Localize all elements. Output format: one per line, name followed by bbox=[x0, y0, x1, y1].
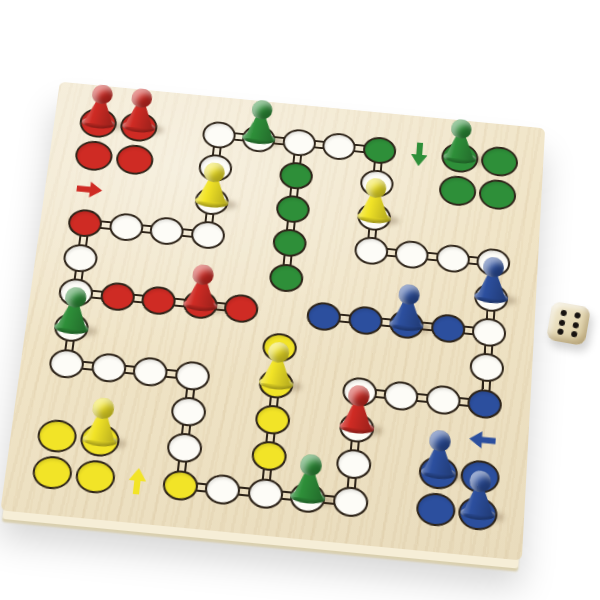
pawn-head bbox=[468, 470, 491, 493]
die-pip bbox=[557, 328, 564, 335]
track-cell[interactable] bbox=[62, 242, 99, 273]
pawn-head bbox=[365, 177, 387, 198]
start-arrow-yellow bbox=[127, 467, 148, 495]
start-arrow-blue bbox=[469, 430, 496, 450]
home-cell-red[interactable] bbox=[140, 285, 177, 316]
pawn-green[interactable] bbox=[241, 99, 279, 149]
home-cell-yellow[interactable] bbox=[250, 440, 287, 473]
pawn-head bbox=[398, 283, 420, 305]
yard-cell-blue[interactable] bbox=[415, 491, 456, 528]
pawn-head bbox=[192, 263, 215, 285]
track-cell[interactable] bbox=[189, 220, 225, 251]
track-cell[interactable] bbox=[148, 216, 185, 247]
track-cell[interactable] bbox=[169, 395, 207, 427]
start-cell-blue[interactable] bbox=[467, 388, 503, 420]
yard-cell-yellow[interactable] bbox=[73, 459, 116, 495]
pawn-yellow[interactable] bbox=[194, 161, 232, 212]
track-cell[interactable] bbox=[131, 355, 169, 387]
pawn-head bbox=[299, 453, 322, 476]
track-cell[interactable] bbox=[204, 472, 242, 505]
track-cell[interactable] bbox=[48, 347, 86, 379]
pawn-yellow[interactable] bbox=[258, 341, 297, 395]
home-cell-green[interactable] bbox=[271, 228, 307, 259]
die-pip bbox=[560, 310, 567, 317]
pawn-head bbox=[429, 429, 452, 452]
track-cell[interactable] bbox=[173, 359, 210, 391]
start-cell-red[interactable] bbox=[66, 208, 103, 238]
track-cell[interactable] bbox=[353, 236, 389, 267]
home-cell-red[interactable] bbox=[223, 293, 260, 324]
yard-cell-green[interactable] bbox=[478, 178, 517, 211]
track-cell[interactable] bbox=[394, 240, 430, 271]
pawn-head bbox=[91, 397, 115, 420]
pawn-red[interactable] bbox=[182, 263, 221, 316]
yard-cell-red[interactable] bbox=[73, 140, 114, 173]
yard-cell-green[interactable] bbox=[438, 174, 477, 207]
start-cell-yellow[interactable] bbox=[161, 468, 199, 501]
pawn-red[interactable] bbox=[81, 83, 120, 133]
yard-cell-yellow[interactable] bbox=[36, 418, 79, 454]
track-cell[interactable] bbox=[335, 448, 372, 481]
pawn-green[interactable] bbox=[53, 285, 94, 339]
track-cell[interactable] bbox=[281, 127, 316, 157]
home-cell-yellow[interactable] bbox=[254, 403, 291, 435]
pawn-head bbox=[91, 84, 114, 105]
pawn-head bbox=[482, 256, 504, 278]
track-cell[interactable] bbox=[107, 212, 144, 243]
die-pip bbox=[572, 321, 579, 328]
ludo-board bbox=[0, 82, 545, 561]
pawn-green[interactable] bbox=[289, 453, 329, 509]
pawn-head bbox=[203, 161, 226, 182]
yard-cell-yellow[interactable] bbox=[31, 454, 74, 490]
pawn-yellow[interactable] bbox=[81, 396, 122, 452]
track-cell[interactable] bbox=[383, 380, 419, 412]
pawn-blue[interactable] bbox=[474, 256, 511, 309]
home-cell-blue[interactable] bbox=[347, 305, 383, 336]
pawn-yellow[interactable] bbox=[356, 176, 393, 228]
track-cell[interactable] bbox=[425, 384, 461, 416]
track-cell[interactable] bbox=[469, 352, 505, 384]
photo-scene bbox=[0, 0, 600, 600]
home-cell-red[interactable] bbox=[99, 281, 136, 312]
pawn-head bbox=[251, 99, 273, 120]
pawn-blue[interactable] bbox=[420, 428, 458, 484]
start-cell-green[interactable] bbox=[362, 135, 397, 165]
track-cell[interactable] bbox=[321, 131, 356, 161]
die-pip bbox=[574, 312, 581, 319]
die-pip bbox=[559, 319, 566, 326]
pawn-red[interactable] bbox=[338, 384, 377, 439]
yard-cell-green[interactable] bbox=[480, 145, 519, 178]
track-cell[interactable] bbox=[90, 351, 128, 383]
home-cell-green[interactable] bbox=[278, 161, 314, 191]
track-cell[interactable] bbox=[471, 317, 507, 348]
pawn-head bbox=[131, 88, 154, 109]
home-cell-green[interactable] bbox=[268, 262, 304, 293]
home-cell-blue[interactable] bbox=[430, 313, 466, 344]
pawn-red[interactable] bbox=[121, 87, 160, 137]
pawn-head bbox=[451, 119, 473, 140]
pawn-blue[interactable] bbox=[389, 282, 427, 335]
wooden-die[interactable] bbox=[546, 301, 591, 346]
track-cell[interactable] bbox=[165, 432, 203, 465]
pawn-green[interactable] bbox=[442, 118, 478, 168]
track-cell[interactable] bbox=[201, 120, 237, 150]
pawn-head bbox=[347, 385, 370, 408]
pawn-head bbox=[267, 341, 290, 364]
home-cell-blue[interactable] bbox=[306, 301, 342, 332]
yard-cell-red[interactable] bbox=[114, 143, 155, 176]
start-arrow-red bbox=[76, 180, 104, 198]
home-cell-green[interactable] bbox=[274, 194, 310, 224]
track-cell[interactable] bbox=[332, 485, 369, 518]
track-cell[interactable] bbox=[246, 477, 284, 510]
start-arrow-green bbox=[410, 141, 428, 166]
track-cell[interactable] bbox=[435, 244, 470, 275]
pawn-head bbox=[64, 286, 88, 308]
die-pip bbox=[571, 331, 578, 338]
pawn-blue[interactable] bbox=[460, 469, 498, 526]
